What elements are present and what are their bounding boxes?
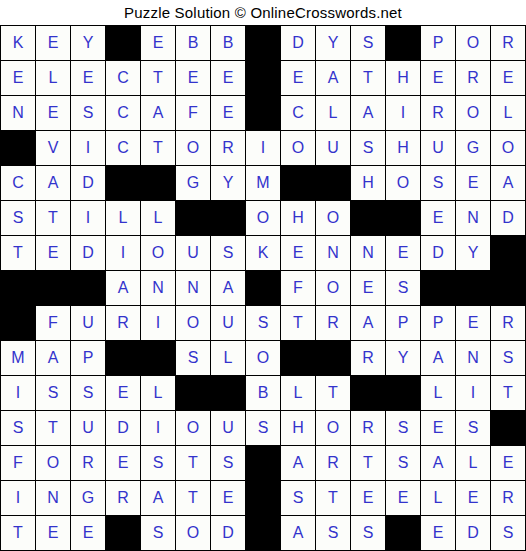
block-cell	[176, 376, 210, 410]
letter-cell[interactable]: T	[351, 61, 385, 95]
letter-cell[interactable]: L	[456, 446, 490, 480]
letter-cell[interactable]: I	[71, 131, 105, 165]
letter-cell[interactable]: D	[71, 166, 105, 200]
letter-cell[interactable]: S	[491, 516, 525, 550]
letter-cell[interactable]: L	[281, 376, 315, 410]
letter-cell[interactable]: I	[106, 236, 140, 270]
letter-cell[interactable]: S	[281, 481, 315, 515]
letter-cell[interactable]: T	[316, 481, 350, 515]
letter-cell[interactable]: S	[351, 516, 385, 550]
letter-cell[interactable]: S	[421, 166, 455, 200]
block-cell	[71, 271, 105, 305]
letter-cell[interactable]: S	[1, 201, 35, 235]
letter-cell[interactable]: U	[176, 236, 210, 270]
block-cell	[211, 376, 245, 410]
block-cell	[491, 271, 525, 305]
letter-cell[interactable]: O	[316, 201, 350, 235]
letter-cell[interactable]: R	[316, 446, 350, 480]
block-cell	[246, 61, 280, 95]
letter-cell[interactable]: N	[456, 341, 490, 375]
letter-cell[interactable]: T	[281, 306, 315, 340]
letter-cell[interactable]: O	[36, 446, 70, 480]
letter-cell[interactable]: S	[386, 446, 420, 480]
letter-cell[interactable]: O	[141, 236, 175, 270]
letter-cell[interactable]: E	[36, 236, 70, 270]
block-cell	[141, 341, 175, 375]
letter-cell[interactable]: A	[491, 166, 525, 200]
letter-cell[interactable]: I	[456, 376, 490, 410]
letter-cell[interactable]: T	[316, 376, 350, 410]
letter-cell[interactable]: L	[421, 376, 455, 410]
letter-cell[interactable]: O	[491, 131, 525, 165]
block-cell	[456, 271, 490, 305]
letter-cell[interactable]: T	[176, 481, 210, 515]
letter-cell[interactable]: T	[1, 516, 35, 550]
letter-cell[interactable]: H	[386, 61, 420, 95]
block-cell	[386, 376, 420, 410]
letter-cell[interactable]: L	[316, 96, 350, 130]
letter-cell[interactable]: E	[281, 61, 315, 95]
letter-cell[interactable]: F	[281, 271, 315, 305]
letter-cell[interactable]: R	[71, 446, 105, 480]
block-cell	[421, 271, 455, 305]
letter-cell[interactable]: D	[281, 26, 315, 60]
letter-cell[interactable]: T	[176, 446, 210, 480]
letter-cell[interactable]: E	[456, 481, 490, 515]
letter-cell[interactable]: S	[386, 271, 420, 305]
letter-cell[interactable]: I	[1, 376, 35, 410]
letter-cell[interactable]: E	[71, 61, 105, 95]
letter-cell[interactable]: R	[106, 306, 140, 340]
letter-cell[interactable]: A	[351, 96, 385, 130]
letter-cell[interactable]: P	[386, 306, 420, 340]
letter-cell[interactable]: O	[176, 516, 210, 550]
letter-cell[interactable]: R	[456, 61, 490, 95]
letter-cell[interactable]: A	[141, 96, 175, 130]
letter-cell[interactable]: I	[141, 306, 175, 340]
block-cell	[106, 26, 140, 60]
letter-cell[interactable]: O	[456, 96, 490, 130]
letter-cell[interactable]: C	[106, 131, 140, 165]
letter-cell[interactable]: O	[176, 131, 210, 165]
letter-cell[interactable]: O	[176, 411, 210, 445]
letter-cell[interactable]: V	[36, 131, 70, 165]
letter-cell[interactable]: R	[106, 481, 140, 515]
letter-cell[interactable]: A	[421, 341, 455, 375]
letter-cell[interactable]: T	[141, 61, 175, 95]
block-cell	[246, 446, 280, 480]
letter-cell[interactable]: S	[246, 411, 280, 445]
block-cell	[316, 341, 350, 375]
letter-cell[interactable]: P	[421, 306, 455, 340]
letter-cell[interactable]: E	[456, 306, 490, 340]
letter-cell[interactable]: A	[281, 446, 315, 480]
letter-cell[interactable]: E	[36, 516, 70, 550]
letter-cell[interactable]: R	[316, 306, 350, 340]
letter-cell[interactable]: R	[351, 411, 385, 445]
letter-cell[interactable]: A	[351, 306, 385, 340]
letter-cell[interactable]: G	[456, 131, 490, 165]
letter-cell[interactable]: R	[211, 131, 245, 165]
block-cell	[246, 516, 280, 550]
letter-cell[interactable]: I	[71, 201, 105, 235]
block-cell	[176, 201, 210, 235]
letter-cell[interactable]: E	[351, 271, 385, 305]
letter-cell[interactable]: N	[36, 481, 70, 515]
letter-cell[interactable]: R	[491, 481, 525, 515]
block-cell	[246, 26, 280, 60]
letter-cell[interactable]: E	[176, 61, 210, 95]
block-cell	[281, 341, 315, 375]
letter-cell[interactable]: S	[141, 516, 175, 550]
letter-cell[interactable]: N	[1, 96, 35, 130]
crossword-grid: KEYEBBDYSPORELECTEEEATHERENESCAFECLAIROL…	[0, 25, 526, 551]
letter-cell[interactable]: Y	[211, 166, 245, 200]
letter-cell[interactable]: E	[211, 96, 245, 130]
letter-cell[interactable]: A	[141, 481, 175, 515]
block-cell	[281, 166, 315, 200]
letter-cell[interactable]: A	[36, 341, 70, 375]
letter-cell[interactable]: E	[281, 236, 315, 270]
letter-cell[interactable]: H	[281, 201, 315, 235]
letter-cell[interactable]: H	[351, 166, 385, 200]
letter-cell[interactable]: E	[491, 446, 525, 480]
letter-cell[interactable]: O	[246, 201, 280, 235]
letter-cell[interactable]: S	[71, 96, 105, 130]
letter-cell[interactable]: D	[106, 411, 140, 445]
letter-cell[interactable]: S	[211, 236, 245, 270]
letter-cell[interactable]: S	[386, 411, 420, 445]
letter-cell[interactable]: P	[421, 26, 455, 60]
page-title: Puzzle Solution © OnlineCrosswords.net	[0, 0, 526, 25]
block-cell	[211, 201, 245, 235]
letter-cell[interactable]: S	[351, 131, 385, 165]
letter-cell[interactable]: D	[211, 516, 245, 550]
letter-cell[interactable]: E	[36, 96, 70, 130]
letter-cell[interactable]: E	[211, 61, 245, 95]
letter-cell[interactable]: E	[421, 201, 455, 235]
letter-cell[interactable]: T	[351, 446, 385, 480]
letter-cell[interactable]: S	[456, 411, 490, 445]
letter-cell[interactable]: B	[211, 26, 245, 60]
letter-cell[interactable]: N	[351, 236, 385, 270]
letter-cell[interactable]: F	[1, 446, 35, 480]
letter-cell[interactable]: T	[491, 376, 525, 410]
letter-cell[interactable]: S	[71, 376, 105, 410]
letter-cell[interactable]: S	[491, 341, 525, 375]
letter-cell[interactable]: U	[211, 306, 245, 340]
block-cell	[141, 166, 175, 200]
block-cell	[106, 341, 140, 375]
letter-cell[interactable]: S	[316, 516, 350, 550]
block-cell	[491, 411, 525, 445]
letter-cell[interactable]: E	[71, 516, 105, 550]
letter-cell[interactable]: S	[246, 306, 280, 340]
letter-cell[interactable]: A	[281, 516, 315, 550]
letter-cell[interactable]: U	[211, 411, 245, 445]
letter-cell[interactable]: E	[351, 481, 385, 515]
letter-cell[interactable]: K	[1, 26, 35, 60]
letter-cell[interactable]: L	[36, 61, 70, 95]
letter-cell[interactable]: O	[316, 411, 350, 445]
block-cell	[246, 96, 280, 130]
block-cell	[1, 271, 35, 305]
letter-cell[interactable]: T	[36, 201, 70, 235]
letter-cell[interactable]: E	[211, 481, 245, 515]
letter-cell[interactable]: E	[1, 61, 35, 95]
letter-cell[interactable]: D	[491, 201, 525, 235]
letter-cell[interactable]: A	[106, 271, 140, 305]
letter-cell[interactable]: L	[491, 96, 525, 130]
letter-cell[interactable]: L	[141, 376, 175, 410]
letter-cell[interactable]: E	[386, 481, 420, 515]
letter-cell[interactable]: E	[421, 516, 455, 550]
letter-cell[interactable]: E	[106, 376, 140, 410]
letter-cell[interactable]: F	[36, 306, 70, 340]
letter-cell[interactable]: Y	[71, 26, 105, 60]
block-cell	[491, 236, 525, 270]
letter-cell[interactable]: I	[246, 131, 280, 165]
letter-cell[interactable]: E	[456, 166, 490, 200]
letter-cell[interactable]: H	[281, 411, 315, 445]
letter-cell[interactable]: O	[176, 306, 210, 340]
letter-cell[interactable]: R	[491, 306, 525, 340]
letter-cell[interactable]: I	[386, 96, 420, 130]
letter-cell[interactable]: S	[141, 446, 175, 480]
letter-cell[interactable]: Y	[316, 26, 350, 60]
letter-cell[interactable]: N	[456, 201, 490, 235]
letter-cell[interactable]: U	[71, 306, 105, 340]
letter-cell[interactable]: A	[36, 166, 70, 200]
letter-cell[interactable]: S	[1, 411, 35, 445]
letter-cell[interactable]: U	[71, 411, 105, 445]
letter-cell[interactable]: R	[351, 341, 385, 375]
letter-cell[interactable]: N	[141, 271, 175, 305]
letter-cell[interactable]: E	[106, 446, 140, 480]
letter-cell[interactable]: A	[211, 271, 245, 305]
letter-cell[interactable]: K	[246, 236, 280, 270]
block-cell	[386, 201, 420, 235]
block-cell	[351, 201, 385, 235]
letter-cell[interactable]: E	[386, 236, 420, 270]
block-cell	[351, 376, 385, 410]
letter-cell[interactable]: I	[141, 411, 175, 445]
letter-cell[interactable]: N	[176, 271, 210, 305]
letter-cell[interactable]: R	[421, 96, 455, 130]
letter-cell[interactable]: B	[176, 26, 210, 60]
letter-cell[interactable]: R	[491, 26, 525, 60]
letter-cell[interactable]: O	[456, 26, 490, 60]
letter-cell[interactable]: C	[281, 96, 315, 130]
letter-cell[interactable]: T	[36, 411, 70, 445]
letter-cell[interactable]: C	[106, 96, 140, 130]
letter-cell[interactable]: O	[246, 341, 280, 375]
letter-cell[interactable]: E	[36, 26, 70, 60]
letter-cell[interactable]: C	[106, 61, 140, 95]
letter-cell[interactable]: S	[211, 446, 245, 480]
letter-cell[interactable]: S	[176, 341, 210, 375]
letter-cell[interactable]: O	[281, 131, 315, 165]
puzzle-solution-page: Puzzle Solution © OnlineCrosswords.net K…	[0, 0, 526, 551]
letter-cell[interactable]: S	[36, 376, 70, 410]
letter-cell[interactable]: S	[351, 26, 385, 60]
block-cell	[386, 26, 420, 60]
letter-cell[interactable]: E	[421, 61, 455, 95]
letter-cell[interactable]: I	[1, 481, 35, 515]
letter-cell[interactable]: E	[491, 61, 525, 95]
letter-cell[interactable]: Y	[456, 236, 490, 270]
block-cell	[246, 481, 280, 515]
letter-cell[interactable]: D	[421, 236, 455, 270]
letter-cell[interactable]: U	[421, 131, 455, 165]
letter-cell[interactable]: G	[176, 166, 210, 200]
block-cell	[36, 271, 70, 305]
letter-cell[interactable]: B	[246, 376, 280, 410]
letter-cell[interactable]: A	[316, 61, 350, 95]
letter-cell[interactable]: C	[1, 166, 35, 200]
letter-cell[interactable]: A	[421, 446, 455, 480]
letter-cell[interactable]: H	[386, 131, 420, 165]
letter-cell[interactable]: L	[421, 481, 455, 515]
block-cell	[106, 166, 140, 200]
letter-cell[interactable]: E	[421, 411, 455, 445]
block-cell	[316, 166, 350, 200]
letter-cell[interactable]: E	[141, 26, 175, 60]
letter-cell[interactable]: G	[71, 481, 105, 515]
letter-cell[interactable]: L	[211, 341, 245, 375]
block-cell	[106, 516, 140, 550]
letter-cell[interactable]: F	[176, 96, 210, 130]
letter-cell[interactable]: U	[316, 131, 350, 165]
block-cell	[1, 131, 35, 165]
letter-cell[interactable]: T	[141, 131, 175, 165]
letter-cell[interactable]: P	[71, 341, 105, 375]
letter-cell[interactable]: O	[386, 166, 420, 200]
letter-cell[interactable]: D	[456, 516, 490, 550]
letter-cell[interactable]: N	[316, 236, 350, 270]
letter-cell[interactable]: D	[71, 236, 105, 270]
letter-cell[interactable]: M	[246, 166, 280, 200]
letter-cell[interactable]: L	[106, 201, 140, 235]
block-cell	[386, 516, 420, 550]
block-cell	[1, 306, 35, 340]
letter-cell[interactable]: T	[1, 236, 35, 270]
letter-cell[interactable]: Y	[386, 341, 420, 375]
letter-cell[interactable]: O	[316, 271, 350, 305]
block-cell	[246, 271, 280, 305]
letter-cell[interactable]: M	[1, 341, 35, 375]
letter-cell[interactable]: L	[141, 201, 175, 235]
